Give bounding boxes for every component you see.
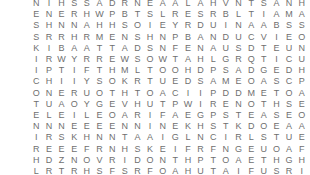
grid-cell[interactable]: N bbox=[43, 88, 56, 99]
grid-cell[interactable]: D bbox=[245, 65, 258, 76]
grid-cell[interactable]: A bbox=[118, 110, 131, 121]
grid-cell[interactable]: Y bbox=[81, 76, 94, 87]
grid-cell[interactable]: R bbox=[55, 32, 68, 43]
grid-cell[interactable]: A bbox=[207, 76, 220, 87]
grid-cell[interactable]: I bbox=[55, 76, 68, 87]
grid-cell[interactable]: N bbox=[156, 155, 169, 166]
grid-cell[interactable]: A bbox=[93, 0, 106, 9]
grid-cell[interactable]: M bbox=[283, 9, 296, 20]
grid-cell[interactable]: S bbox=[55, 132, 68, 143]
grid-cell[interactable]: E bbox=[245, 143, 258, 154]
grid-cell[interactable]: K bbox=[30, 43, 43, 54]
grid-cell[interactable]: N bbox=[131, 0, 144, 9]
grid-cell[interactable]: E bbox=[156, 143, 169, 154]
grid-cell[interactable]: R bbox=[68, 9, 81, 20]
grid-cell[interactable]: S bbox=[270, 76, 283, 87]
grid-cell[interactable]: S bbox=[30, 20, 43, 31]
grid-cell[interactable]: I bbox=[144, 121, 157, 132]
grid-cell[interactable]: O bbox=[257, 121, 270, 132]
grid-cell[interactable]: S bbox=[93, 166, 106, 175]
grid-cell[interactable]: A bbox=[156, 0, 169, 9]
grid-cell[interactable]: H bbox=[144, 32, 157, 43]
grid-cell[interactable]: P bbox=[194, 155, 207, 166]
grid-cell[interactable]: H bbox=[295, 65, 308, 76]
grid-cell[interactable]: U bbox=[220, 43, 233, 54]
grid-cell[interactable]: U bbox=[232, 32, 245, 43]
grid-cell[interactable]: S bbox=[232, 43, 245, 54]
grid-cell[interactable]: I bbox=[257, 9, 270, 20]
grid-cell[interactable]: F bbox=[144, 166, 157, 175]
grid-cell[interactable]: T bbox=[30, 99, 43, 110]
grid-cell[interactable]: E bbox=[55, 88, 68, 99]
grid-cell[interactable]: E bbox=[106, 121, 119, 132]
grid-cell[interactable]: P bbox=[207, 88, 220, 99]
grid-cell[interactable]: O bbox=[106, 76, 119, 87]
grid-cell[interactable]: A bbox=[81, 20, 94, 31]
grid-cell[interactable]: E bbox=[182, 110, 195, 121]
grid-cell[interactable]: S bbox=[220, 65, 233, 76]
grid-cell[interactable]: H bbox=[43, 20, 56, 31]
grid-cell[interactable]: N bbox=[30, 0, 43, 9]
grid-cell[interactable]: L bbox=[43, 110, 56, 121]
grid-cell[interactable]: O bbox=[245, 76, 258, 87]
grid-cell[interactable]: I bbox=[30, 65, 43, 76]
grid-cell[interactable]: N bbox=[156, 43, 169, 54]
grid-cell[interactable]: C bbox=[245, 32, 258, 43]
grid-cell[interactable]: I bbox=[194, 99, 207, 110]
grid-cell[interactable]: T bbox=[55, 166, 68, 175]
grid-cell[interactable]: N bbox=[194, 132, 207, 143]
grid-cell[interactable]: R bbox=[106, 155, 119, 166]
grid-cell[interactable]: H bbox=[131, 99, 144, 110]
grid-cell[interactable]: T bbox=[118, 132, 131, 143]
grid-cell[interactable]: T bbox=[131, 9, 144, 20]
grid-cell[interactable]: I bbox=[68, 76, 81, 87]
grid-cell[interactable]: H bbox=[68, 32, 81, 43]
grid-cell[interactable]: N bbox=[43, 121, 56, 132]
grid-cell[interactable]: A bbox=[144, 132, 157, 143]
grid-cell[interactable]: T bbox=[131, 88, 144, 99]
grid-cell[interactable]: L bbox=[182, 0, 195, 9]
grid-cell[interactable]: N bbox=[156, 121, 169, 132]
grid-cell[interactable]: C bbox=[30, 76, 43, 87]
grid-cell[interactable]: D bbox=[43, 155, 56, 166]
grid-cell[interactable]: N bbox=[43, 9, 56, 20]
grid-cell[interactable]: F bbox=[81, 143, 94, 154]
grid-cell[interactable]: T bbox=[55, 65, 68, 76]
grid-cell[interactable]: V bbox=[257, 32, 270, 43]
grid-cell[interactable]: E bbox=[182, 43, 195, 54]
grid-cell[interactable]: G bbox=[257, 65, 270, 76]
grid-cell[interactable]: E bbox=[43, 143, 56, 154]
grid-cell[interactable]: N bbox=[106, 143, 119, 154]
grid-cell[interactable]: T bbox=[220, 121, 233, 132]
grid-cell[interactable]: H bbox=[30, 155, 43, 166]
grid-cell[interactable]: E bbox=[144, 0, 157, 9]
grid-cell[interactable]: O bbox=[106, 110, 119, 121]
grid-cell[interactable]: H bbox=[81, 166, 94, 175]
grid-cell[interactable]: R bbox=[43, 166, 56, 175]
grid-cell[interactable]: N bbox=[232, 0, 245, 9]
grid-cell[interactable]: N bbox=[30, 121, 43, 132]
grid-cell[interactable]: R bbox=[68, 166, 81, 175]
grid-cell[interactable]: R bbox=[43, 54, 56, 65]
grid-cell[interactable]: R bbox=[30, 143, 43, 154]
grid-cell[interactable]: A bbox=[257, 110, 270, 121]
grid-cell[interactable]: O bbox=[30, 88, 43, 99]
grid-cell[interactable]: G bbox=[169, 132, 182, 143]
grid-cell[interactable]: D bbox=[131, 43, 144, 54]
grid-cell[interactable]: T bbox=[270, 88, 283, 99]
grid-cell[interactable]: I bbox=[220, 20, 233, 31]
grid-cell[interactable]: T bbox=[245, 9, 258, 20]
grid-cell[interactable]: S bbox=[270, 110, 283, 121]
grid-cell[interactable]: H bbox=[81, 132, 94, 143]
grid-cell[interactable]: E bbox=[270, 43, 283, 54]
grid-cell[interactable]: P bbox=[106, 9, 119, 20]
grid-cell[interactable]: I bbox=[43, 43, 56, 54]
grid-cell[interactable]: H bbox=[182, 166, 195, 175]
grid-cell[interactable]: E bbox=[68, 143, 81, 154]
grid-cell[interactable]: A bbox=[232, 155, 245, 166]
grid-cell[interactable]: E bbox=[182, 9, 195, 20]
grid-cell[interactable]: U bbox=[283, 43, 296, 54]
grid-cell[interactable]: S bbox=[30, 32, 43, 43]
grid-cell[interactable]: I bbox=[30, 54, 43, 65]
grid-cell[interactable]: A bbox=[295, 88, 308, 99]
grid-cell[interactable]: S bbox=[131, 54, 144, 65]
grid-cell[interactable]: E bbox=[106, 32, 119, 43]
grid-cell[interactable]: S bbox=[295, 20, 308, 31]
grid-cell[interactable]: T bbox=[232, 110, 245, 121]
grid-cell[interactable]: E bbox=[55, 9, 68, 20]
grid-cell[interactable]: L bbox=[156, 9, 169, 20]
grid-cell[interactable]: N bbox=[68, 20, 81, 31]
grid-cell[interactable]: R bbox=[131, 110, 144, 121]
grid-cell[interactable]: A bbox=[118, 43, 131, 54]
grid-cell[interactable]: E bbox=[232, 76, 245, 87]
grid-cell[interactable]: A bbox=[270, 9, 283, 20]
grid-cell[interactable]: P bbox=[207, 65, 220, 76]
grid-cell[interactable]: R bbox=[43, 132, 56, 143]
grid-cell[interactable]: T bbox=[257, 43, 270, 54]
grid-cell[interactable]: N bbox=[55, 20, 68, 31]
grid-cell[interactable]: D bbox=[220, 32, 233, 43]
grid-cell[interactable]: R bbox=[131, 76, 144, 87]
grid-cell[interactable]: O bbox=[169, 65, 182, 76]
grid-cell[interactable]: H bbox=[43, 76, 56, 87]
grid-cell[interactable]: N bbox=[55, 121, 68, 132]
grid-cell[interactable]: A bbox=[156, 88, 169, 99]
grid-cell[interactable]: O bbox=[220, 155, 233, 166]
grid-cell[interactable]: E bbox=[283, 110, 296, 121]
grid-cell[interactable]: O bbox=[144, 155, 157, 166]
grid-cell[interactable]: D bbox=[194, 20, 207, 31]
grid-cell[interactable]: E bbox=[295, 132, 308, 143]
grid-cell[interactable]: R bbox=[118, 0, 131, 9]
grid-cell[interactable]: E bbox=[30, 9, 43, 20]
grid-cell[interactable]: O bbox=[245, 99, 258, 110]
grid-cell[interactable]: F bbox=[81, 65, 94, 76]
grid-cell[interactable]: R bbox=[43, 32, 56, 43]
grid-cell[interactable]: H bbox=[182, 65, 195, 76]
grid-cell[interactable]: T bbox=[257, 54, 270, 65]
grid-cell[interactable]: O bbox=[156, 65, 169, 76]
grid-cell[interactable]: T bbox=[257, 99, 270, 110]
grid-cell[interactable]: H bbox=[207, 0, 220, 9]
grid-cell[interactable]: U bbox=[257, 143, 270, 154]
grid-cell[interactable]: A bbox=[220, 166, 233, 175]
grid-cell[interactable]: S bbox=[257, 0, 270, 9]
grid-cell[interactable]: S bbox=[220, 110, 233, 121]
grid-cell[interactable]: R bbox=[182, 20, 195, 31]
grid-cell[interactable]: H bbox=[93, 20, 106, 31]
grid-cell[interactable]: P bbox=[169, 32, 182, 43]
grid-cell[interactable]: B bbox=[55, 43, 68, 54]
grid-cell[interactable]: R bbox=[93, 54, 106, 65]
grid-cell[interactable]: A bbox=[257, 20, 270, 31]
grid-cell[interactable]: F bbox=[295, 143, 308, 154]
grid-cell[interactable]: A bbox=[270, 0, 283, 9]
grid-cell[interactable]: S bbox=[257, 132, 270, 143]
grid-cell[interactable]: S bbox=[118, 166, 131, 175]
grid-cell[interactable]: D bbox=[106, 0, 119, 9]
grid-cell[interactable]: A bbox=[81, 43, 94, 54]
grid-cell[interactable]: I bbox=[169, 143, 182, 154]
grid-cell[interactable]: H bbox=[295, 155, 308, 166]
grid-cell[interactable]: R bbox=[207, 99, 220, 110]
grid-cell[interactable]: U bbox=[144, 99, 157, 110]
grid-cell[interactable]: S bbox=[131, 32, 144, 43]
grid-cell[interactable]: N bbox=[68, 155, 81, 166]
grid-cell[interactable]: L bbox=[207, 54, 220, 65]
grid-cell[interactable]: D bbox=[182, 76, 195, 87]
grid-cell[interactable]: K bbox=[118, 76, 131, 87]
grid-cell[interactable]: D bbox=[232, 88, 245, 99]
grid-cell[interactable]: D bbox=[245, 43, 258, 54]
grid-cell[interactable]: M bbox=[245, 88, 258, 99]
grid-cell[interactable]: A bbox=[283, 143, 296, 154]
grid-cell[interactable]: P bbox=[207, 110, 220, 121]
grid-cell[interactable]: U bbox=[283, 132, 296, 143]
grid-cell[interactable]: R bbox=[207, 9, 220, 20]
grid-cell[interactable]: E bbox=[283, 32, 296, 43]
grid-cell[interactable]: E bbox=[270, 121, 283, 132]
grid-cell[interactable]: H bbox=[118, 88, 131, 99]
grid-cell[interactable]: R bbox=[81, 54, 94, 65]
grid-cell[interactable]: D bbox=[283, 65, 296, 76]
grid-cell[interactable]: T bbox=[270, 132, 283, 143]
grid-cell[interactable]: S bbox=[93, 76, 106, 87]
grid-cell[interactable]: L bbox=[245, 132, 258, 143]
grid-cell[interactable]: R bbox=[232, 132, 245, 143]
grid-cell[interactable]: E bbox=[245, 110, 258, 121]
grid-cell[interactable]: A bbox=[182, 54, 195, 65]
grid-cell[interactable]: D bbox=[245, 121, 258, 132]
grid-cell[interactable]: S bbox=[194, 76, 207, 87]
grid-cell[interactable]: D bbox=[194, 65, 207, 76]
grid-cell[interactable]: H bbox=[106, 65, 119, 76]
grid-cell[interactable]: A bbox=[295, 121, 308, 132]
grid-cell[interactable]: M bbox=[118, 65, 131, 76]
grid-cell[interactable]: N bbox=[131, 121, 144, 132]
grid-cell[interactable]: E bbox=[30, 110, 43, 121]
grid-cell[interactable]: U bbox=[207, 20, 220, 31]
grid-cell[interactable]: T bbox=[245, 0, 258, 9]
grid-cell[interactable]: L bbox=[81, 110, 94, 121]
grid-cell[interactable]: R bbox=[131, 166, 144, 175]
grid-cell[interactable]: K bbox=[68, 132, 81, 143]
grid-cell[interactable]: I bbox=[270, 54, 283, 65]
grid-cell[interactable]: N bbox=[232, 20, 245, 31]
grid-cell[interactable]: G bbox=[93, 99, 106, 110]
grid-cell[interactable]: F bbox=[207, 143, 220, 154]
grid-cell[interactable]: U bbox=[156, 76, 169, 87]
grid-cell[interactable]: R bbox=[283, 166, 296, 175]
grid-cell[interactable]: E bbox=[270, 65, 283, 76]
grid-cell[interactable]: E bbox=[55, 110, 68, 121]
grid-cell[interactable]: O bbox=[295, 32, 308, 43]
grid-cell[interactable]: T bbox=[93, 43, 106, 54]
grid-cell[interactable]: B bbox=[220, 9, 233, 20]
grid-cell[interactable]: Y bbox=[68, 54, 81, 65]
grid-cell[interactable]: A bbox=[194, 0, 207, 9]
grid-cell[interactable]: I bbox=[30, 132, 43, 143]
grid-cell[interactable]: S bbox=[283, 99, 296, 110]
grid-cell[interactable]: R bbox=[93, 143, 106, 154]
grid-cell[interactable]: E bbox=[257, 88, 270, 99]
grid-cell[interactable]: H bbox=[295, 0, 308, 9]
grid-cell[interactable]: C bbox=[283, 76, 296, 87]
grid-cell[interactable]: E bbox=[93, 110, 106, 121]
grid-cell[interactable]: P bbox=[295, 76, 308, 87]
grid-cell[interactable]: Y bbox=[169, 20, 182, 31]
grid-cell[interactable]: R bbox=[68, 88, 81, 99]
grid-cell[interactable]: O bbox=[93, 88, 106, 99]
grid-cell[interactable]: O bbox=[68, 99, 81, 110]
grid-cell[interactable]: E bbox=[220, 99, 233, 110]
grid-cell[interactable]: I bbox=[270, 32, 283, 43]
grid-cell[interactable]: S bbox=[131, 143, 144, 154]
grid-cell[interactable]: H bbox=[270, 99, 283, 110]
grid-cell[interactable]: W bbox=[156, 54, 169, 65]
grid-cell[interactable]: O bbox=[283, 88, 296, 99]
grid-cell[interactable]: O bbox=[270, 143, 283, 154]
grid-cell[interactable]: D bbox=[131, 155, 144, 166]
grid-cell[interactable]: G bbox=[194, 110, 207, 121]
grid-cell[interactable]: B bbox=[118, 9, 131, 20]
grid-cell[interactable]: I bbox=[68, 110, 81, 121]
grid-cell[interactable]: Y bbox=[81, 99, 94, 110]
grid-cell[interactable]: N bbox=[220, 143, 233, 154]
grid-cell[interactable]: K bbox=[232, 121, 245, 132]
grid-cell[interactable]: T bbox=[106, 88, 119, 99]
grid-cell[interactable]: R bbox=[81, 32, 94, 43]
grid-cell[interactable]: N bbox=[93, 132, 106, 143]
grid-cell[interactable]: N bbox=[194, 43, 207, 54]
grid-cell[interactable]: E bbox=[169, 76, 182, 87]
grid-cell[interactable]: T bbox=[106, 43, 119, 54]
grid-cell[interactable]: U bbox=[194, 166, 207, 175]
grid-cell[interactable]: Q bbox=[245, 54, 258, 65]
grid-cell[interactable]: I bbox=[194, 88, 207, 99]
grid-cell[interactable]: O bbox=[144, 88, 157, 99]
grid-cell[interactable]: M bbox=[220, 76, 233, 87]
grid-cell[interactable]: H bbox=[81, 9, 94, 20]
grid-cell[interactable]: T bbox=[257, 155, 270, 166]
grid-cell[interactable]: I bbox=[43, 0, 56, 9]
grid-cell[interactable]: P bbox=[169, 99, 182, 110]
grid-cell[interactable]: H bbox=[270, 155, 283, 166]
grid-cell[interactable]: N bbox=[232, 99, 245, 110]
grid-cell[interactable]: F bbox=[245, 166, 258, 175]
grid-cell[interactable]: E bbox=[106, 54, 119, 65]
grid-cell[interactable]: A bbox=[194, 32, 207, 43]
grid-cell[interactable]: L bbox=[131, 65, 144, 76]
grid-cell[interactable]: Z bbox=[55, 155, 68, 166]
grid-cell[interactable]: A bbox=[169, 110, 182, 121]
grid-cell[interactable]: T bbox=[93, 65, 106, 76]
grid-cell[interactable]: I bbox=[144, 20, 157, 31]
grid-cell[interactable]: A bbox=[232, 65, 245, 76]
grid-cell[interactable]: F bbox=[169, 43, 182, 54]
grid-cell[interactable]: U bbox=[257, 166, 270, 175]
grid-cell[interactable]: A bbox=[131, 132, 144, 143]
grid-cell[interactable]: A bbox=[169, 166, 182, 175]
grid-cell[interactable]: N bbox=[156, 32, 169, 43]
grid-cell[interactable]: V bbox=[93, 155, 106, 166]
grid-cell[interactable]: I bbox=[182, 88, 195, 99]
grid-cell[interactable]: E bbox=[245, 155, 258, 166]
grid-cell[interactable]: L bbox=[232, 9, 245, 20]
grid-cell[interactable]: H bbox=[194, 54, 207, 65]
grid-cell[interactable]: A bbox=[283, 121, 296, 132]
grid-cell[interactable]: N bbox=[283, 0, 296, 9]
grid-cell[interactable]: H bbox=[106, 20, 119, 31]
grid-cell[interactable]: U bbox=[295, 54, 308, 65]
grid-cell[interactable]: T bbox=[169, 155, 182, 166]
grid-cell[interactable]: S bbox=[283, 20, 296, 31]
grid-cell[interactable]: A bbox=[295, 9, 308, 20]
grid-cell[interactable]: B bbox=[182, 32, 195, 43]
grid-cell[interactable]: R bbox=[194, 143, 207, 154]
grid-cell[interactable]: I bbox=[118, 155, 131, 166]
grid-cell[interactable]: I bbox=[68, 65, 81, 76]
grid-cell[interactable]: A bbox=[169, 0, 182, 9]
grid-cell[interactable]: F bbox=[106, 166, 119, 175]
grid-cell[interactable]: D bbox=[220, 88, 233, 99]
grid-cell[interactable]: E bbox=[156, 20, 169, 31]
grid-cell[interactable]: E bbox=[295, 99, 308, 110]
grid-cell[interactable]: N bbox=[295, 43, 308, 54]
grid-cell[interactable]: S bbox=[81, 0, 94, 9]
grid-cell[interactable]: B bbox=[270, 20, 283, 31]
grid-cell[interactable]: C bbox=[283, 54, 296, 65]
grid-cell[interactable]: W bbox=[118, 54, 131, 65]
grid-cell[interactable]: G bbox=[220, 54, 233, 65]
grid-cell[interactable]: T bbox=[144, 76, 157, 87]
grid-cell[interactable]: U bbox=[43, 99, 56, 110]
grid-cell[interactable]: W bbox=[55, 54, 68, 65]
grid-cell[interactable]: S bbox=[144, 9, 157, 20]
grid-cell[interactable]: H bbox=[118, 143, 131, 154]
grid-cell[interactable]: O bbox=[144, 54, 157, 65]
grid-cell[interactable]: O bbox=[131, 20, 144, 31]
grid-cell[interactable]: F bbox=[156, 110, 169, 121]
grid-cell[interactable]: H bbox=[55, 0, 68, 9]
grid-cell[interactable]: E bbox=[68, 121, 81, 132]
grid-cell[interactable]: E bbox=[169, 121, 182, 132]
